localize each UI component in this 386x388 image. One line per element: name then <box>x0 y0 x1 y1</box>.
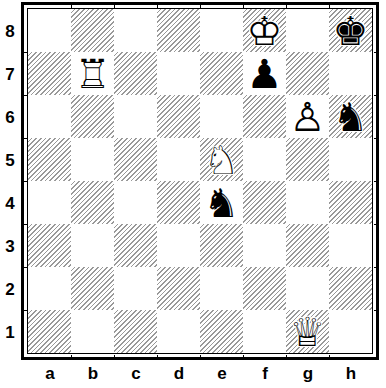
square-h4[interactable] <box>329 181 372 224</box>
square-e8[interactable] <box>200 9 243 52</box>
black-pawn[interactable]: ♟♟ <box>243 52 286 95</box>
square-f1[interactable] <box>243 310 286 353</box>
rank-label-3: 3 <box>0 225 20 268</box>
white-rook-glyph: ♖ <box>71 52 114 95</box>
file-label-e: e <box>201 362 244 386</box>
square-b7[interactable]: ♜♖ <box>71 52 114 95</box>
square-f4[interactable] <box>243 181 286 224</box>
black-knight[interactable]: ♞♞ <box>329 95 372 138</box>
square-b5[interactable] <box>71 138 114 181</box>
square-c4[interactable] <box>114 181 157 224</box>
rank-label-4: 4 <box>0 182 20 225</box>
square-e5[interactable]: ♞♘ <box>200 138 243 181</box>
square-a8[interactable] <box>28 9 71 52</box>
white-pawn[interactable]: ♟♙ <box>286 95 329 138</box>
square-d2[interactable] <box>157 267 200 310</box>
square-h1[interactable] <box>329 310 372 353</box>
square-d5[interactable] <box>157 138 200 181</box>
file-label-b: b <box>72 362 115 386</box>
rank-label-2: 2 <box>0 268 20 311</box>
square-g7[interactable] <box>286 52 329 95</box>
square-h8[interactable]: ♚♚ <box>329 9 372 52</box>
square-a5[interactable] <box>28 138 71 181</box>
chess-board[interactable]: ♚♔♚♚♜♖♟♟♟♙♞♞♞♘♞♞♛♕ <box>27 8 373 354</box>
square-b8[interactable] <box>71 9 114 52</box>
white-pawn-glyph: ♙ <box>286 95 329 138</box>
file-label-d: d <box>158 362 201 386</box>
square-f7[interactable]: ♟♟ <box>243 52 286 95</box>
white-queen-glyph: ♕ <box>286 310 329 353</box>
white-king-glyph: ♔ <box>243 9 286 52</box>
square-e3[interactable] <box>200 224 243 267</box>
square-h5[interactable] <box>329 138 372 181</box>
square-g8[interactable] <box>286 9 329 52</box>
file-label-a: a <box>29 362 72 386</box>
white-knight[interactable]: ♞♘ <box>200 138 243 181</box>
square-h2[interactable] <box>329 267 372 310</box>
square-f5[interactable] <box>243 138 286 181</box>
square-f6[interactable] <box>243 95 286 138</box>
square-d8[interactable] <box>157 9 200 52</box>
white-king[interactable]: ♚♔ <box>243 9 286 52</box>
rank-labels: 87654321 <box>0 10 20 354</box>
square-d4[interactable] <box>157 181 200 224</box>
black-knight-glyph: ♞ <box>329 95 372 138</box>
square-d1[interactable] <box>157 310 200 353</box>
rank-label-1: 1 <box>0 311 20 354</box>
square-e2[interactable] <box>200 267 243 310</box>
square-b1[interactable] <box>71 310 114 353</box>
square-d7[interactable] <box>157 52 200 95</box>
square-a7[interactable] <box>28 52 71 95</box>
rank-label-6: 6 <box>0 96 20 139</box>
black-king[interactable]: ♚♚ <box>329 9 372 52</box>
black-knight-glyph: ♞ <box>200 181 243 224</box>
file-label-c: c <box>115 362 158 386</box>
square-c7[interactable] <box>114 52 157 95</box>
file-label-f: f <box>244 362 287 386</box>
square-d3[interactable] <box>157 224 200 267</box>
white-knight-glyph: ♘ <box>200 138 243 181</box>
rank-label-5: 5 <box>0 139 20 182</box>
square-f3[interactable] <box>243 224 286 267</box>
square-h7[interactable] <box>329 52 372 95</box>
square-g5[interactable] <box>286 138 329 181</box>
square-e1[interactable] <box>200 310 243 353</box>
black-king-glyph: ♚ <box>329 9 372 52</box>
black-knight[interactable]: ♞♞ <box>200 181 243 224</box>
square-b2[interactable] <box>71 267 114 310</box>
square-a6[interactable] <box>28 95 71 138</box>
square-c5[interactable] <box>114 138 157 181</box>
rank-label-8: 8 <box>0 10 20 53</box>
square-a2[interactable] <box>28 267 71 310</box>
white-queen[interactable]: ♛♕ <box>286 310 329 353</box>
square-a3[interactable] <box>28 224 71 267</box>
black-pawn-glyph: ♟ <box>243 52 286 95</box>
file-labels: abcdefgh <box>29 362 373 386</box>
square-g6[interactable]: ♟♙ <box>286 95 329 138</box>
square-e7[interactable] <box>200 52 243 95</box>
square-b6[interactable] <box>71 95 114 138</box>
square-c1[interactable] <box>114 310 157 353</box>
square-b3[interactable] <box>71 224 114 267</box>
square-e6[interactable] <box>200 95 243 138</box>
square-c6[interactable] <box>114 95 157 138</box>
file-label-h: h <box>330 362 373 386</box>
square-c8[interactable] <box>114 9 157 52</box>
square-e4[interactable]: ♞♞ <box>200 181 243 224</box>
square-g4[interactable] <box>286 181 329 224</box>
board-frame: ♚♔♚♚♜♖♟♟♟♙♞♞♞♘♞♞♛♕ <box>21 2 379 360</box>
square-h6[interactable]: ♞♞ <box>329 95 372 138</box>
square-g3[interactable] <box>286 224 329 267</box>
chess-diagram: 87654321 ♚♔♚♚♜♖♟♟♟♙♞♞♞♘♞♞♛♕ abcdefgh <box>0 0 386 388</box>
square-a1[interactable] <box>28 310 71 353</box>
square-a4[interactable] <box>28 181 71 224</box>
square-b4[interactable] <box>71 181 114 224</box>
square-f2[interactable] <box>243 267 286 310</box>
rank-label-7: 7 <box>0 53 20 96</box>
square-f8[interactable]: ♚♔ <box>243 9 286 52</box>
white-rook[interactable]: ♜♖ <box>71 52 114 95</box>
square-g1[interactable]: ♛♕ <box>286 310 329 353</box>
square-h3[interactable] <box>329 224 372 267</box>
file-label-g: g <box>287 362 330 386</box>
square-d6[interactable] <box>157 95 200 138</box>
square-c3[interactable] <box>114 224 157 267</box>
square-g2[interactable] <box>286 267 329 310</box>
square-c2[interactable] <box>114 267 157 310</box>
